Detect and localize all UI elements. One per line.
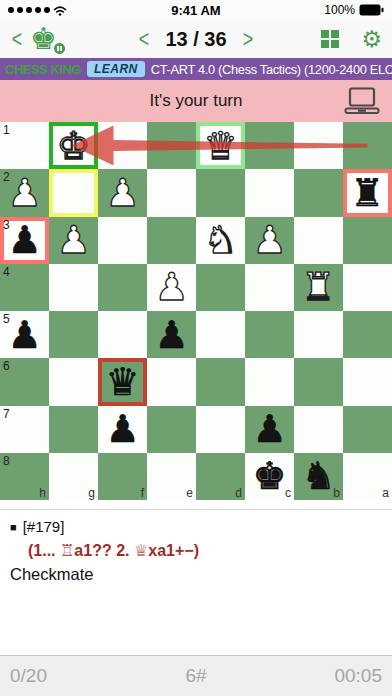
- pause-badge-icon: [53, 42, 66, 55]
- square-f6[interactable]: ♛: [98, 358, 147, 405]
- learn-badge: LEARN: [87, 61, 145, 77]
- black-knight[interactable]: ♞: [301, 457, 335, 495]
- file-label-a: a: [382, 486, 389, 500]
- settings-gear-icon[interactable]: ⚙: [361, 28, 382, 51]
- white-pawn[interactable]: ♟: [105, 174, 139, 212]
- square-g2[interactable]: [49, 169, 98, 216]
- square-h1[interactable]: 1: [0, 122, 49, 169]
- variation-line[interactable]: (1... ♖a1?? 2. ♕xa1+−): [10, 541, 382, 560]
- nav-bar: < ♚ < 13 / 36 > ⚙: [0, 20, 392, 58]
- square-c2[interactable]: [245, 169, 294, 216]
- square-b3[interactable]: [294, 217, 343, 264]
- square-a4[interactable]: [343, 264, 392, 311]
- square-a5[interactable]: [343, 311, 392, 358]
- square-b1[interactable]: [294, 122, 343, 169]
- rank-label-6: 6: [3, 359, 10, 373]
- square-d1[interactable]: ♛: [196, 122, 245, 169]
- square-f1[interactable]: [98, 122, 147, 169]
- square-d6[interactable]: [196, 358, 245, 405]
- square-e2[interactable]: [147, 169, 196, 216]
- computer-icon[interactable]: [344, 87, 380, 115]
- rank-label-1: 1: [3, 123, 10, 137]
- square-c3[interactable]: ♟: [245, 217, 294, 264]
- square-f5[interactable]: [98, 311, 147, 358]
- white-king[interactable]: ♚: [56, 127, 90, 165]
- square-b6[interactable]: [294, 358, 343, 405]
- square-h4[interactable]: 4: [0, 264, 49, 311]
- square-b2[interactable]: [294, 169, 343, 216]
- square-b5[interactable]: [294, 311, 343, 358]
- square-h5[interactable]: 5♟: [0, 311, 49, 358]
- course-title: CT-ART 4.0 (Chess Tactics) (1200-2400 EL…: [151, 62, 392, 77]
- white-rook[interactable]: ♜: [301, 268, 335, 306]
- course-banner[interactable]: CHESS KING LEARN CT-ART 4.0 (Chess Tacti…: [0, 58, 392, 80]
- timer: 00:05: [258, 665, 382, 687]
- black-pawn[interactable]: ♟: [154, 316, 188, 354]
- square-d8[interactable]: d: [196, 453, 245, 500]
- rank-label-2: 2: [3, 170, 10, 184]
- task-type-label: 6#: [134, 665, 258, 687]
- brand-logo-text: CHESS KING: [5, 62, 81, 77]
- black-pawn[interactable]: ♟: [105, 410, 139, 448]
- square-b7[interactable]: [294, 406, 343, 453]
- square-c5[interactable]: [245, 311, 294, 358]
- black-pawn[interactable]: ♟: [7, 221, 41, 259]
- square-d7[interactable]: [196, 406, 245, 453]
- task-number: [#179]: [23, 518, 65, 535]
- square-d2[interactable]: [196, 169, 245, 216]
- square-c1[interactable]: [245, 122, 294, 169]
- square-b4[interactable]: ♜: [294, 264, 343, 311]
- back-chevron-icon[interactable]: <: [12, 27, 23, 51]
- file-label-b: b: [333, 486, 340, 500]
- square-c6[interactable]: [245, 358, 294, 405]
- rank-label-8: 8: [3, 454, 10, 468]
- square-f3[interactable]: [98, 217, 147, 264]
- square-h7[interactable]: 7: [0, 406, 49, 453]
- white-pawn[interactable]: ♟: [252, 221, 286, 259]
- square-e3[interactable]: [147, 217, 196, 264]
- result-text: Checkmate: [10, 565, 382, 584]
- square-c8[interactable]: c♚: [245, 453, 294, 500]
- square-d3[interactable]: ♞: [196, 217, 245, 264]
- file-label-d: d: [235, 486, 242, 500]
- white-pawn[interactable]: ♟: [56, 221, 90, 259]
- square-f8[interactable]: f: [98, 453, 147, 500]
- score-counter: 0/20: [10, 665, 134, 687]
- square-b8[interactable]: b♞: [294, 453, 343, 500]
- square-a7[interactable]: [343, 406, 392, 453]
- clock-time: 9:41 AM: [0, 3, 392, 18]
- black-rook[interactable]: ♜: [350, 174, 384, 212]
- square-g4[interactable]: [49, 264, 98, 311]
- square-a8[interactable]: a: [343, 453, 392, 500]
- board-area: 1♚♛2♟♟♜3♟♟♞♟4♟♜5♟♟6♛7♟♟8hgfedc♚b♞a: [0, 122, 392, 500]
- black-king[interactable]: ♚: [252, 457, 286, 495]
- black-pawn[interactable]: ♟: [7, 316, 41, 354]
- white-pawn[interactable]: ♟: [154, 268, 188, 306]
- square-h6[interactable]: 6: [0, 358, 49, 405]
- square-d4[interactable]: [196, 264, 245, 311]
- square-g5[interactable]: [49, 311, 98, 358]
- square-f7[interactable]: ♟: [98, 406, 147, 453]
- next-task-button[interactable]: >: [242, 27, 253, 51]
- square-h8[interactable]: 8h: [0, 453, 49, 500]
- square-g7[interactable]: [49, 406, 98, 453]
- square-e8[interactable]: e: [147, 453, 196, 500]
- black-queen[interactable]: ♛: [105, 363, 139, 401]
- square-e7[interactable]: [147, 406, 196, 453]
- rank-label-3: 3: [3, 218, 10, 232]
- square-f2[interactable]: ♟: [98, 169, 147, 216]
- rank-label-4: 4: [3, 265, 10, 279]
- square-g3[interactable]: ♟: [49, 217, 98, 264]
- square-e1[interactable]: [147, 122, 196, 169]
- white-pawn[interactable]: ♟: [7, 174, 41, 212]
- annotation-panel: ■ [#179] (1... ♖a1?? 2. ♕xa1+−) Checkmat…: [0, 510, 392, 655]
- square-g6[interactable]: [49, 358, 98, 405]
- chess-board: 1♚♛2♟♟♜3♟♟♞♟4♟♜5♟♟6♛7♟♟8hgfedc♚b♞a: [0, 122, 392, 500]
- square-f4[interactable]: [98, 264, 147, 311]
- square-g8[interactable]: g: [49, 453, 98, 500]
- square-e4[interactable]: ♟: [147, 264, 196, 311]
- square-a3[interactable]: [343, 217, 392, 264]
- white-knight[interactable]: ♞: [203, 221, 237, 259]
- square-e6[interactable]: [147, 358, 196, 405]
- square-d5[interactable]: [196, 311, 245, 358]
- white-queen[interactable]: ♛: [203, 127, 237, 165]
- square-a6[interactable]: [343, 358, 392, 405]
- square-g1[interactable]: ♚: [49, 122, 98, 169]
- square-c7[interactable]: ♟: [245, 406, 294, 453]
- black-pawn[interactable]: ♟: [252, 410, 286, 448]
- rank-label-7: 7: [3, 407, 10, 421]
- prev-task-button[interactable]: <: [139, 27, 150, 51]
- chess-app: 9:41 AM 100% < ♚ < 13 / 36 > ⚙: [0, 0, 392, 696]
- rank-label-5: 5: [3, 312, 10, 326]
- bottom-status-bar: 0/20 6# 00:05: [0, 655, 392, 696]
- square-c4[interactable]: [245, 264, 294, 311]
- file-label-f: f: [141, 486, 144, 500]
- task-grid-icon[interactable]: [321, 30, 339, 48]
- board-annotation-divider: [0, 500, 392, 510]
- square-a1[interactable]: [343, 122, 392, 169]
- file-label-g: g: [88, 486, 95, 500]
- square-h2[interactable]: 2♟: [0, 169, 49, 216]
- status-bar: 9:41 AM 100%: [0, 0, 392, 20]
- file-label-e: e: [186, 486, 193, 500]
- black-to-move-indicator: ■: [10, 521, 17, 533]
- file-label-h: h: [39, 486, 46, 500]
- turn-indicator-bar: It's your turn: [0, 80, 392, 122]
- turn-message: It's your turn: [149, 91, 242, 111]
- square-h3[interactable]: 3♟: [0, 217, 49, 264]
- square-a2[interactable]: ♜: [343, 169, 392, 216]
- task-position-label: 13 / 36: [165, 28, 226, 51]
- chess-king-logo[interactable]: ♚: [30, 22, 64, 56]
- file-label-c: c: [285, 486, 291, 500]
- square-e5[interactable]: ♟: [147, 311, 196, 358]
